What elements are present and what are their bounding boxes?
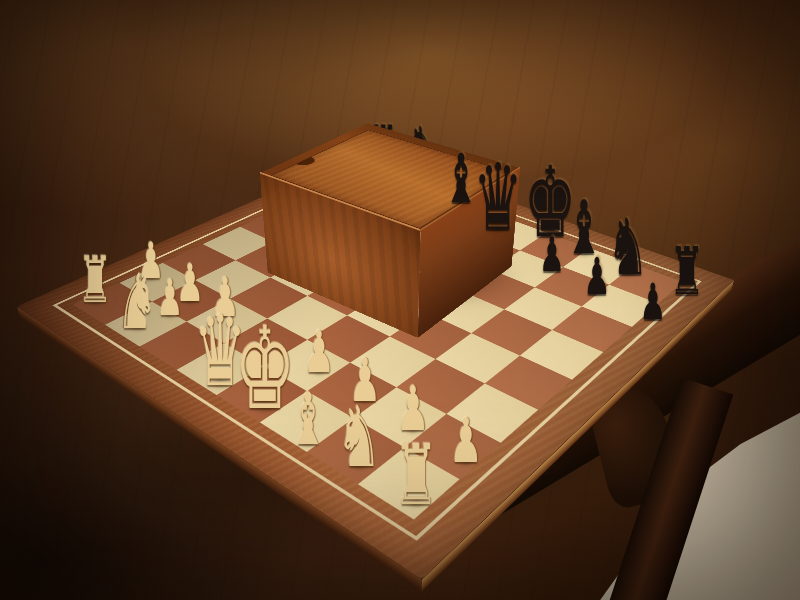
square [485,356,572,410]
black-rook[interactable]: ♜ [669,239,705,305]
square [435,333,519,383]
square [552,306,632,352]
white-pawn[interactable]: ♟ [157,273,184,323]
white-pawn[interactable]: ♟ [449,410,482,472]
white-rook[interactable]: ♜ [78,248,112,312]
black-pawn[interactable]: ♟ [640,277,667,327]
white-pawn[interactable]: ♟ [303,323,334,381]
chess-photo-scene: ♟♜♞♝♛♚♝♟♞♟♜♟♟♜♟♞♟♟♟♛♟♚♟♝♟♞♜ [0,0,800,600]
white-king[interactable]: ♚ [234,312,295,426]
black-pawn[interactable]: ♟ [583,251,610,302]
black-queen[interactable]: ♛ [473,152,522,244]
square [520,330,603,380]
white-knight[interactable]: ♞ [336,395,381,479]
white-bishop[interactable]: ♝ [289,383,328,455]
white-knight[interactable]: ♞ [117,264,158,340]
black-pawn[interactable]: ♟ [539,230,565,278]
white-rook[interactable]: ♜ [393,433,438,517]
